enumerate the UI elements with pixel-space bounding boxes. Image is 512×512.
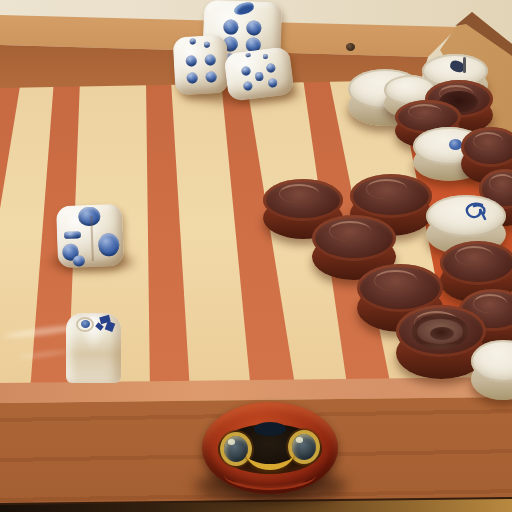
die-pip	[243, 81, 253, 91]
checker-gloss	[329, 221, 371, 242]
checker-swirl-mark	[460, 202, 490, 224]
checker-white[interactable]	[471, 340, 512, 400]
die-stack-right[interactable]	[223, 46, 294, 102]
checker-gloss	[489, 174, 512, 192]
die-left-pip	[72, 255, 85, 267]
die-bar-pip	[63, 231, 81, 239]
die-pip	[205, 71, 217, 83]
die-pip	[187, 72, 199, 84]
die-right-pip	[98, 233, 120, 257]
glint	[228, 439, 235, 445]
standing-piece[interactable]	[66, 313, 121, 383]
die-pip	[186, 55, 198, 67]
die-top-numeral-mark	[233, 1, 255, 16]
checker-dimple	[430, 327, 453, 341]
die-solo[interactable]	[56, 204, 124, 268]
backgammon-scene	[0, 0, 512, 512]
checker-gloss	[279, 184, 319, 203]
die-top-pip	[263, 54, 268, 59]
die-top-pip	[190, 38, 196, 44]
die-pip	[268, 78, 278, 88]
glint	[296, 437, 303, 443]
die-pip	[241, 66, 251, 76]
die-top-pip	[204, 42, 210, 48]
die-pip	[266, 63, 276, 73]
die-top-pip	[246, 53, 251, 58]
medallion-dark-blob	[254, 422, 286, 436]
standing-piece-blue-mark	[104, 321, 115, 332]
die-stack-left[interactable]	[173, 35, 230, 96]
medallion-rib	[232, 464, 308, 488]
die-pip	[204, 54, 216, 66]
die-pip	[223, 20, 238, 35]
checker-gloss	[473, 132, 503, 150]
die-top-pip	[78, 207, 100, 226]
die-pip	[254, 72, 264, 82]
die-pip	[246, 20, 261, 35]
checker-stick-mark	[463, 57, 466, 73]
medallion	[202, 402, 338, 494]
